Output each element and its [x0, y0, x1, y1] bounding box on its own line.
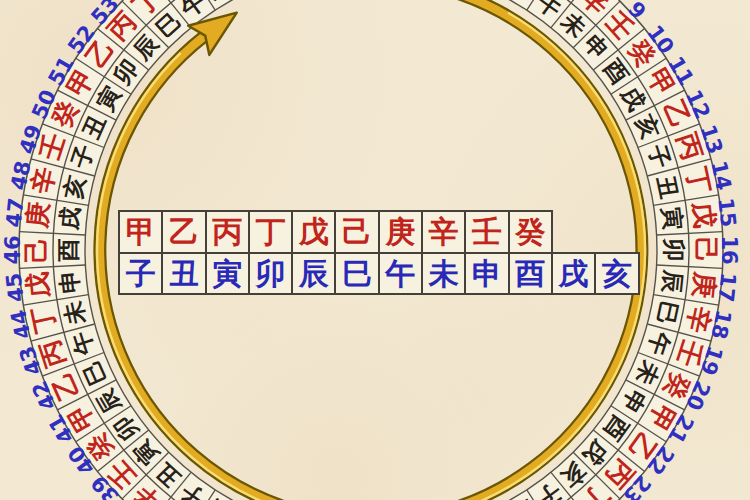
branch-cell-6: 巳: [334, 252, 379, 295]
ring-stem-17: 庚: [688, 270, 721, 300]
branch-cell-10: 酉: [508, 252, 553, 295]
ring-stem-15: 戊: [688, 199, 721, 229]
ring-branch-45: 申: [55, 269, 83, 295]
branch-cell-11: 戌: [551, 252, 596, 295]
earthly-branches-row: 子丑寅卯辰巳午未申酉戌亥: [118, 252, 640, 295]
branch-cell-3: 寅: [205, 252, 250, 295]
stem-cell-5: 戊: [291, 210, 336, 254]
stem-cell-6: 己: [334, 210, 379, 254]
stem-cell-1: 甲: [118, 210, 163, 254]
ring-branch-17: 辰: [658, 268, 686, 296]
stem-cell-10: 癸: [508, 210, 553, 254]
branch-cell-2: 丑: [161, 252, 206, 295]
branch-cell-12: 亥: [594, 252, 639, 295]
branch-cell-5: 辰: [291, 252, 336, 295]
ring-branch-16: 卯: [661, 238, 687, 262]
stem-cell-7: 庚: [378, 210, 423, 254]
branch-cell-1: 子: [118, 252, 163, 295]
ring-stem-16: 己: [691, 237, 721, 263]
ring-branch-15: 寅: [658, 205, 686, 231]
branch-cell-8: 未: [421, 252, 466, 295]
ring-stem-47: 庚: [21, 200, 54, 230]
ring-branch-46: 酉: [55, 239, 81, 263]
branch-cell-4: 卯: [248, 252, 293, 295]
stem-cell-4: 丁: [248, 210, 293, 254]
stem-cell-2: 乙: [161, 210, 206, 254]
ring-stem-46: 己: [21, 237, 51, 263]
stem-cell-8: 辛: [421, 210, 466, 254]
branch-cell-9: 申: [464, 252, 509, 295]
branch-cell-7: 午: [378, 252, 423, 295]
sexagenary-cycle-diagram: { "game": "Chinese sexagenary cycle (六十甲…: [0, 0, 750, 500]
stem-cell-3: 丙: [205, 210, 250, 254]
heavenly-stems-row: 甲乙丙丁戊己庚辛壬癸: [118, 210, 640, 254]
stem-cell-9: 壬: [464, 210, 509, 254]
ring-stem-45: 戊: [21, 271, 54, 301]
stem-branch-table: 甲乙丙丁戊己庚辛壬癸 子丑寅卯辰巳午未申酉戌亥: [118, 210, 640, 295]
ring-branch-47: 戌: [55, 205, 83, 232]
